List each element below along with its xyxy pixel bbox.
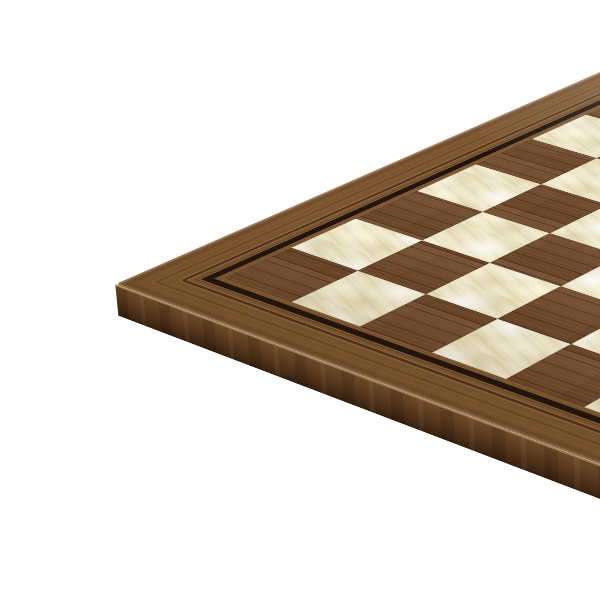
frame-left-band bbox=[115, 39, 600, 560]
product-photo-canvas bbox=[0, 0, 600, 600]
square-r6c4 bbox=[571, 310, 600, 370]
square-r6c1 bbox=[358, 240, 490, 294]
chess-board-3d bbox=[115, 39, 600, 560]
square-r6c2 bbox=[426, 263, 560, 319]
square-r7c1 bbox=[291, 270, 426, 326]
square-r7c0 bbox=[224, 248, 357, 302]
board-field bbox=[224, 69, 600, 497]
square-r6c3 bbox=[498, 286, 600, 344]
board-top-face bbox=[115, 39, 600, 560]
square-r7c2 bbox=[360, 294, 498, 352]
square-r7c3 bbox=[432, 318, 572, 379]
board-scene bbox=[0, 0, 600, 600]
square-r7c4 bbox=[506, 344, 600, 407]
square-r5c3 bbox=[560, 255, 600, 310]
square-r7c5 bbox=[583, 370, 600, 436]
